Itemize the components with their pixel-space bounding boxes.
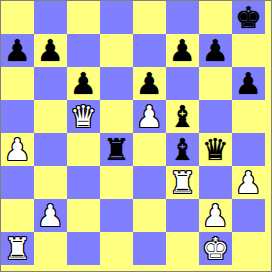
square-f2[interactable] (166, 199, 199, 232)
square-a1[interactable]: ♜ (1, 232, 34, 265)
square-h2[interactable] (232, 199, 265, 232)
white-king-piece: ♚ (202, 232, 229, 265)
square-g4[interactable]: ♛ (199, 133, 232, 166)
square-d2[interactable] (100, 199, 133, 232)
square-a3[interactable] (1, 166, 34, 199)
square-d3[interactable] (100, 166, 133, 199)
square-b8[interactable] (34, 1, 67, 34)
square-a6[interactable] (1, 67, 34, 100)
square-b1[interactable] (34, 232, 67, 265)
square-g8[interactable] (199, 1, 232, 34)
square-g7[interactable]: ♟ (199, 34, 232, 67)
black-queen-piece: ♛ (202, 133, 229, 166)
square-d1[interactable] (100, 232, 133, 265)
square-a2[interactable] (1, 199, 34, 232)
square-h1[interactable] (232, 232, 265, 265)
black-pawn-piece: ♟ (70, 67, 97, 100)
chess-board: ♚♟♟♟♟♟♟♟♛♟♝♟♜♝♛♜♟♟♟♜♚ (1, 1, 265, 265)
square-d5[interactable] (100, 100, 133, 133)
square-b5[interactable] (34, 100, 67, 133)
white-pawn-piece: ♟ (4, 133, 31, 166)
square-a5[interactable] (1, 100, 34, 133)
square-d7[interactable] (100, 34, 133, 67)
square-g3[interactable] (199, 166, 232, 199)
square-e3[interactable] (133, 166, 166, 199)
square-c7[interactable] (67, 34, 100, 67)
square-e4[interactable] (133, 133, 166, 166)
square-h7[interactable] (232, 34, 265, 67)
square-b6[interactable] (34, 67, 67, 100)
black-bishop-piece: ♝ (169, 100, 196, 133)
square-g5[interactable] (199, 100, 232, 133)
square-d4[interactable]: ♜ (100, 133, 133, 166)
square-e8[interactable] (133, 1, 166, 34)
chess-board-frame: ♚♟♟♟♟♟♟♟♛♟♝♟♜♝♛♜♟♟♟♜♚ (0, 0, 272, 272)
white-rook-piece: ♜ (4, 232, 31, 265)
black-pawn-piece: ♟ (169, 34, 196, 67)
square-f6[interactable] (166, 67, 199, 100)
black-pawn-piece: ♟ (235, 67, 262, 100)
black-pawn-piece: ♟ (37, 34, 64, 67)
square-h5[interactable] (232, 100, 265, 133)
white-pawn-piece: ♟ (235, 166, 262, 199)
square-c2[interactable] (67, 199, 100, 232)
square-e5[interactable]: ♟ (133, 100, 166, 133)
black-pawn-piece: ♟ (4, 34, 31, 67)
square-c1[interactable] (67, 232, 100, 265)
square-f1[interactable] (166, 232, 199, 265)
square-g1[interactable]: ♚ (199, 232, 232, 265)
square-h6[interactable]: ♟ (232, 67, 265, 100)
square-f8[interactable] (166, 1, 199, 34)
square-h4[interactable] (232, 133, 265, 166)
square-e1[interactable] (133, 232, 166, 265)
square-g2[interactable]: ♟ (199, 199, 232, 232)
black-rook-piece: ♜ (103, 133, 130, 166)
square-f3[interactable]: ♜ (166, 166, 199, 199)
square-c3[interactable] (67, 166, 100, 199)
square-b7[interactable]: ♟ (34, 34, 67, 67)
square-a8[interactable] (1, 1, 34, 34)
square-d8[interactable] (100, 1, 133, 34)
square-h8[interactable]: ♚ (232, 1, 265, 34)
white-pawn-piece: ♟ (202, 199, 229, 232)
white-rook-piece: ♜ (169, 166, 196, 199)
square-g6[interactable] (199, 67, 232, 100)
black-king-piece: ♚ (235, 1, 262, 34)
square-e2[interactable] (133, 199, 166, 232)
black-pawn-piece: ♟ (136, 67, 163, 100)
square-f7[interactable]: ♟ (166, 34, 199, 67)
square-b2[interactable]: ♟ (34, 199, 67, 232)
square-e7[interactable] (133, 34, 166, 67)
square-a4[interactable]: ♟ (1, 133, 34, 166)
square-c8[interactable] (67, 1, 100, 34)
square-d6[interactable] (100, 67, 133, 100)
white-pawn-piece: ♟ (37, 199, 64, 232)
square-c4[interactable] (67, 133, 100, 166)
square-b4[interactable] (34, 133, 67, 166)
black-pawn-piece: ♟ (202, 34, 229, 67)
black-bishop-piece: ♝ (169, 133, 196, 166)
square-f5[interactable]: ♝ (166, 100, 199, 133)
square-c5[interactable]: ♛ (67, 100, 100, 133)
square-a7[interactable]: ♟ (1, 34, 34, 67)
white-queen-piece: ♛ (70, 100, 97, 133)
square-e6[interactable]: ♟ (133, 67, 166, 100)
square-c6[interactable]: ♟ (67, 67, 100, 100)
square-b3[interactable] (34, 166, 67, 199)
square-h3[interactable]: ♟ (232, 166, 265, 199)
square-f4[interactable]: ♝ (166, 133, 199, 166)
white-pawn-piece: ♟ (136, 100, 163, 133)
